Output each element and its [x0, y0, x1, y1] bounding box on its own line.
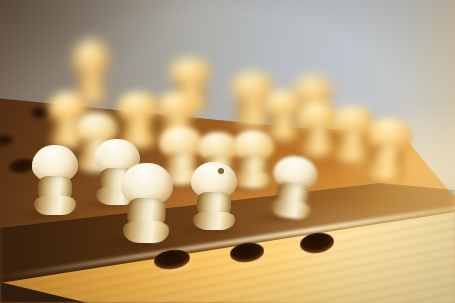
- peg-solitaire-photo: [0, 0, 455, 303]
- peg-foot: [193, 212, 234, 230]
- peg[interactable]: [362, 115, 414, 183]
- peg-foot: [122, 221, 169, 243]
- peg-chip-mark: [218, 168, 224, 173]
- peg[interactable]: [191, 162, 237, 230]
- peg-foot: [233, 172, 271, 189]
- peg[interactable]: [120, 163, 173, 244]
- peg[interactable]: [32, 145, 78, 215]
- peg-foot: [34, 196, 75, 215]
- peg[interactable]: [268, 153, 320, 221]
- peg[interactable]: [231, 129, 275, 188]
